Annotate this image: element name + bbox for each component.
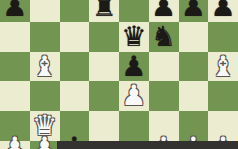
square-f-row2[interactable] — [149, 52, 179, 82]
square-f-row3[interactable] — [149, 81, 179, 111]
square-c-row1[interactable] — [60, 22, 90, 52]
piece-wp[interactable]: ♟ — [2, 133, 27, 149]
square-d-row1[interactable] — [89, 22, 119, 52]
square-d-row4[interactable] — [89, 111, 119, 141]
square-b-row1[interactable] — [30, 22, 60, 52]
square-a-row2[interactable] — [0, 52, 30, 82]
square-d-row3[interactable] — [89, 81, 119, 111]
piece-wb[interactable]: ♝ — [32, 52, 57, 82]
square-c-row2[interactable] — [60, 52, 90, 82]
square-a-row5[interactable]: ♟ — [0, 141, 30, 149]
square-e-row4[interactable] — [119, 111, 149, 141]
square-e-row1[interactable]: ♛ — [119, 22, 149, 52]
piece-bp[interactable]: ♟ — [2, 0, 27, 22]
square-g-row3[interactable] — [179, 81, 209, 111]
square-b-row5[interactable]: ♟ — [30, 141, 60, 149]
square-a-row1[interactable] — [0, 22, 30, 52]
square-c-row0[interactable] — [60, 0, 90, 22]
square-d-row2[interactable] — [89, 52, 119, 82]
square-f-row0[interactable]: ♟ — [149, 0, 179, 22]
chess-board: ♟♜♟♟♟♛♞♝♟♝♟♛♟♟♟♟♟♟ — [0, 0, 238, 149]
square-g-row0[interactable]: ♟ — [179, 0, 209, 22]
bottom-overlay-bar — [57, 141, 238, 149]
square-f-row1[interactable]: ♞ — [149, 22, 179, 52]
piece-wp[interactable]: ♟ — [121, 81, 146, 111]
square-e-row2[interactable]: ♟ — [119, 52, 149, 82]
piece-bp[interactable]: ♟ — [211, 0, 236, 22]
square-h-row3[interactable] — [208, 81, 238, 111]
square-d-row0[interactable]: ♜ — [89, 0, 119, 22]
square-h-row0[interactable]: ♟ — [208, 0, 238, 22]
square-a-row3[interactable] — [0, 81, 30, 111]
piece-wp[interactable]: ♟ — [32, 133, 57, 149]
square-c-row3[interactable] — [60, 81, 90, 111]
piece-wb[interactable]: ♝ — [211, 52, 236, 82]
piece-bp[interactable]: ♟ — [151, 0, 176, 22]
square-h-row2[interactable]: ♝ — [208, 52, 238, 82]
square-g-row1[interactable] — [179, 22, 209, 52]
piece-bq[interactable]: ♛ — [121, 22, 146, 52]
square-b-row0[interactable] — [30, 0, 60, 22]
square-e-row0[interactable] — [119, 0, 149, 22]
square-b-row2[interactable]: ♝ — [30, 52, 60, 82]
square-b-row3[interactable] — [30, 81, 60, 111]
square-g-row2[interactable] — [179, 52, 209, 82]
piece-bp[interactable]: ♟ — [121, 52, 146, 82]
square-a-row0[interactable]: ♟ — [0, 0, 30, 22]
square-h-row1[interactable] — [208, 22, 238, 52]
piece-bp[interactable]: ♟ — [181, 0, 206, 22]
piece-br[interactable]: ♜ — [92, 0, 117, 22]
piece-bn[interactable]: ♞ — [151, 22, 176, 52]
square-e-row3[interactable]: ♟ — [119, 81, 149, 111]
chess-app-screen: ♟♜♟♟♟♛♞♝♟♝♟♛♟♟♟♟♟♟ — [0, 0, 238, 149]
